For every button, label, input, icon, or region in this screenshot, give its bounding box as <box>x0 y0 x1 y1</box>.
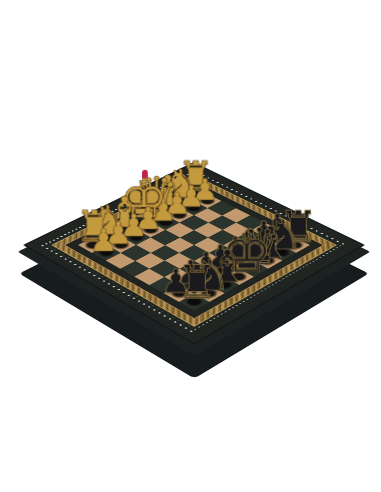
white-king-piece: ♚ <box>121 173 141 226</box>
white-knight-piece: ♞ <box>164 165 184 204</box>
chess-set-scene: ♜♟♟♜♞♟♟♞♝♟♟♝♛♟♟♛♚♟♟♚♝♟♟♝♞♟♟♞♜♟♟♜ <box>0 0 381 492</box>
board-grid: ♜♟♟♜♞♟♟♞♝♟♟♝♛♟♟♛♚♟♟♚♝♟♟♝♞♟♟♞♜♟♟♜ <box>78 187 310 310</box>
square-d5 <box>194 237 223 252</box>
black-pawn-piece: ♟ <box>264 210 284 241</box>
white-bishop-piece: ♝ <box>106 191 126 233</box>
square-a8: ♜ <box>281 237 310 252</box>
chess-board: ♜♟♟♜♞♟♟♞♝♟♟♝♛♟♟♛♚♟♟♚♝♟♟♝♞♟♟♞♜♟♟♜ <box>23 162 365 345</box>
white-bishop-piece: ♝ <box>150 170 170 212</box>
product-photo[interactable]: ♜♟♟♜♞♟♟♞♝♟♟♝♛♟♟♛♚♟♟♚♝♟♟♝♞♟♟♞♜♟♟♜ <box>0 0 381 492</box>
white-rook-piece: ♜ <box>75 205 96 248</box>
square-h2: ♟ <box>92 245 121 261</box>
white-queen-piece: ♛ <box>135 171 155 219</box>
board-frame: ♜♟♟♜♞♟♟♞♝♟♟♝♛♟♟♛♚♟♟♚♝♟♟♝♞♟♟♞♜♟♟♜ <box>23 162 365 345</box>
black-rook-piece: ♜ <box>279 205 300 248</box>
white-knight-piece: ♞ <box>91 200 111 241</box>
white-rook-piece: ♜ <box>178 156 198 197</box>
black-bishop-piece: ♝ <box>251 220 272 264</box>
